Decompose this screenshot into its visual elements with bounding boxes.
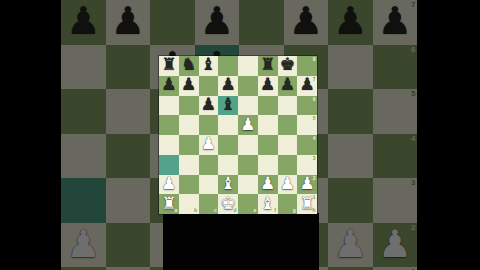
square-a1[interactable]: ♜a (159, 194, 179, 214)
square-c2[interactable] (199, 175, 219, 195)
file-label-f: f (274, 208, 276, 213)
blackout-caption-area (163, 213, 319, 270)
square-g8[interactable]: ♚ (278, 56, 298, 76)
square-a5[interactable] (159, 115, 179, 135)
square-e4[interactable] (238, 135, 258, 155)
square-a3[interactable] (159, 155, 179, 175)
square-c4[interactable]: ♟ (199, 135, 219, 155)
square-f5[interactable] (258, 115, 278, 135)
square-g2[interactable]: ♟ (278, 175, 298, 195)
square-c7[interactable] (199, 76, 219, 96)
rank-label-7: 7 (313, 77, 316, 82)
square-e7[interactable] (238, 76, 258, 96)
square-g7[interactable]: ♟ (278, 76, 298, 96)
piece-black-rook: ♜ (161, 56, 176, 73)
piece-white-pawn: ♟ (161, 175, 176, 192)
piece-white-pawn: ♟ (240, 116, 255, 133)
rank-label-6: 6 (313, 97, 316, 102)
main-board[interactable]: ♜♞♝♜♚8♟♟♟♟♟♟7♟♝6♟5♟43♟♝♟♟♟2♜abc♚de♝fg♜1h (159, 56, 317, 214)
file-label-h: h (312, 208, 315, 213)
square-c6[interactable]: ♟ (199, 96, 219, 116)
square-h7[interactable]: ♟7 (297, 76, 317, 96)
square-d2[interactable]: ♝ (218, 175, 238, 195)
piece-white-bishop: ♝ (260, 195, 275, 212)
square-c1[interactable]: c (199, 194, 219, 214)
square-h3[interactable]: 3 (297, 155, 317, 175)
square-g4[interactable] (278, 135, 298, 155)
square-f8[interactable]: ♜ (258, 56, 278, 76)
square-d1[interactable]: ♚d (218, 194, 238, 214)
rank-label-2: 2 (313, 176, 316, 181)
rank-label-4: 4 (313, 136, 316, 141)
rank-label-8: 8 (313, 57, 316, 62)
square-h6[interactable]: 6 (297, 96, 317, 116)
file-label-d: d (233, 208, 236, 213)
square-b7[interactable]: ♟ (179, 76, 199, 96)
piece-black-pawn: ♟ (181, 76, 196, 93)
piece-white-pawn: ♟ (280, 175, 295, 192)
square-e1[interactable]: e (238, 194, 258, 214)
piece-black-bishop: ♝ (201, 56, 216, 73)
piece-black-bishop: ♝ (221, 96, 236, 113)
square-f1[interactable]: ♝f (258, 194, 278, 214)
square-a4[interactable] (159, 135, 179, 155)
square-h1[interactable]: ♜1h (297, 194, 317, 214)
rank-label-3: 3 (313, 156, 316, 161)
file-label-c: c (214, 208, 217, 213)
square-d6[interactable]: ♝ (218, 96, 238, 116)
square-e6[interactable] (238, 96, 258, 116)
square-a6[interactable] (159, 96, 179, 116)
piece-black-knight: ♞ (181, 56, 196, 73)
piece-black-pawn: ♟ (280, 76, 295, 93)
piece-black-king: ♚ (280, 56, 295, 73)
square-b1[interactable]: b (179, 194, 199, 214)
square-g1[interactable]: g (278, 194, 298, 214)
square-d7[interactable]: ♟ (218, 76, 238, 96)
square-h5[interactable]: 5 (297, 115, 317, 135)
square-c3[interactable] (199, 155, 219, 175)
square-d5[interactable] (218, 115, 238, 135)
square-h2[interactable]: ♟2 (297, 175, 317, 195)
square-e3[interactable] (238, 155, 258, 175)
square-e8[interactable] (238, 56, 258, 76)
square-a8[interactable]: ♜ (159, 56, 179, 76)
piece-white-pawn: ♟ (201, 135, 216, 152)
piece-black-pawn: ♟ (201, 96, 216, 113)
piece-black-rook: ♜ (260, 56, 275, 73)
square-d4[interactable] (218, 135, 238, 155)
square-e5[interactable]: ♟ (238, 115, 258, 135)
square-g3[interactable] (278, 155, 298, 175)
file-label-a: a (174, 208, 177, 213)
square-b8[interactable]: ♞ (179, 56, 199, 76)
square-d3[interactable] (218, 155, 238, 175)
square-f6[interactable] (258, 96, 278, 116)
square-c5[interactable] (199, 115, 219, 135)
piece-white-pawn: ♟ (260, 175, 275, 192)
square-f2[interactable]: ♟ (258, 175, 278, 195)
file-label-g: g (293, 208, 296, 213)
piece-black-pawn: ♟ (260, 76, 275, 93)
square-d8[interactable] (218, 56, 238, 76)
square-c8[interactable]: ♝ (199, 56, 219, 76)
file-label-b: b (194, 208, 197, 213)
video-frame: ♜♞♝♜♚8♟♟♟♟♟♟7♟♝6♟5♟43♟♝♟♟♟2♜abc♚de♝fg♜1h… (0, 0, 480, 270)
piece-black-pawn: ♟ (161, 76, 176, 93)
square-e2[interactable] (238, 175, 258, 195)
square-a7[interactable]: ♟ (159, 76, 179, 96)
square-f3[interactable] (258, 155, 278, 175)
piece-black-pawn: ♟ (221, 76, 236, 93)
square-a2[interactable]: ♟ (159, 175, 179, 195)
square-b3[interactable] (179, 155, 199, 175)
file-label-e: e (253, 208, 256, 213)
rank-label-1: 1 (313, 195, 316, 200)
square-h8[interactable]: 8 (297, 56, 317, 76)
square-b6[interactable] (179, 96, 199, 116)
square-b5[interactable] (179, 115, 199, 135)
rank-label-5: 5 (313, 116, 316, 121)
square-f4[interactable] (258, 135, 278, 155)
square-h4[interactable]: 4 (297, 135, 317, 155)
square-b2[interactable] (179, 175, 199, 195)
square-f7[interactable]: ♟ (258, 76, 278, 96)
piece-white-bishop: ♝ (221, 175, 236, 192)
square-b4[interactable] (179, 135, 199, 155)
square-g5[interactable] (278, 115, 298, 135)
square-g6[interactable] (278, 96, 298, 116)
